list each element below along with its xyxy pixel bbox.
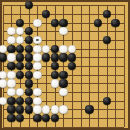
black-stone (7, 97, 15, 105)
white-stone (33, 45, 41, 53)
black-stone (51, 19, 59, 27)
black-stone (16, 62, 24, 70)
white-stone (16, 88, 24, 96)
black-stone (7, 105, 15, 113)
black-stone (25, 36, 33, 44)
black-stone (25, 71, 33, 79)
black-stone (25, 88, 33, 96)
black-stone (16, 45, 24, 53)
black-stone (51, 114, 59, 122)
black-stone (33, 114, 41, 122)
black-stone (7, 45, 15, 53)
black-stone (51, 53, 59, 61)
black-stone (42, 53, 50, 61)
black-stone (7, 62, 15, 70)
white-stone (59, 105, 67, 113)
black-stone (42, 10, 50, 18)
white-stone (51, 105, 59, 113)
white-stone (7, 71, 15, 79)
black-stone (16, 97, 24, 105)
white-stone (7, 27, 15, 35)
black-stone (16, 71, 24, 79)
white-stone (59, 45, 67, 53)
white-stone (33, 62, 41, 70)
black-stone (59, 53, 67, 61)
white-stone (42, 105, 50, 113)
white-stone (16, 27, 24, 35)
white-stone (33, 88, 41, 96)
black-stone (7, 114, 15, 122)
black-stone (59, 71, 67, 79)
black-stone (25, 27, 33, 35)
black-stone (25, 79, 33, 87)
black-stone (0, 53, 7, 61)
black-stone (103, 97, 111, 105)
black-stone (16, 19, 24, 27)
white-stone (68, 45, 76, 53)
white-stone (7, 53, 15, 61)
black-stone (94, 19, 102, 27)
black-stone (51, 62, 59, 70)
grid-line-vertical (107, 5, 108, 126)
white-stone (33, 53, 41, 61)
black-stone (59, 19, 67, 27)
black-stone (25, 53, 33, 61)
grid-line-vertical (124, 5, 125, 126)
black-stone (68, 53, 76, 61)
white-stone (0, 71, 7, 79)
white-stone (7, 79, 15, 87)
black-stone (103, 36, 111, 44)
black-stone (25, 45, 33, 53)
white-stone (33, 97, 41, 105)
black-stone (68, 62, 76, 70)
white-stone (59, 27, 67, 35)
black-stone (25, 97, 33, 105)
black-stone (59, 79, 67, 87)
black-stone (42, 114, 50, 122)
white-stone (33, 105, 41, 113)
white-stone (59, 88, 67, 96)
black-stone (16, 53, 24, 61)
black-stone (111, 19, 119, 27)
black-stone (51, 45, 59, 53)
white-stone (0, 97, 7, 105)
go-game-screenshot (0, 0, 130, 130)
white-stone (42, 45, 50, 53)
white-stone (7, 88, 15, 96)
white-stone (0, 79, 7, 87)
black-stone (85, 105, 93, 113)
black-stone (16, 114, 24, 122)
go-board[interactable] (0, 0, 130, 130)
white-stone (33, 19, 41, 27)
black-stone (25, 62, 33, 70)
grid-line-horizontal (3, 127, 124, 128)
white-stone (51, 79, 59, 87)
white-stone (0, 45, 7, 53)
white-stone (16, 36, 24, 44)
white-stone (7, 36, 15, 44)
black-stone (25, 1, 33, 9)
black-stone (25, 105, 33, 113)
black-stone (51, 71, 59, 79)
white-stone (33, 71, 41, 79)
black-stone (16, 105, 24, 113)
black-stone (103, 10, 111, 18)
